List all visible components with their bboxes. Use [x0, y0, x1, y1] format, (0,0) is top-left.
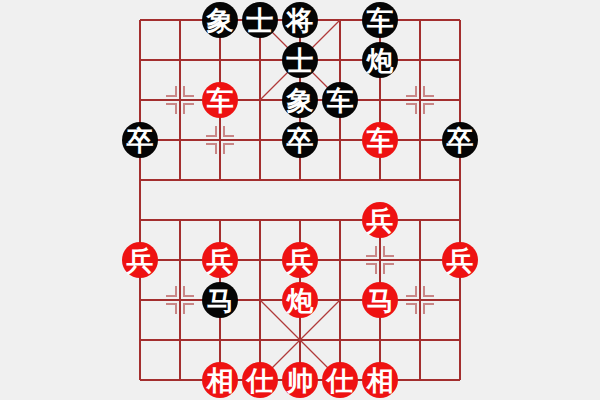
point-2-2[interactable]: 车 — [200, 80, 240, 120]
piece-black-soldier[interactable]: 卒 — [442, 122, 478, 158]
point-0-8[interactable] — [120, 320, 160, 360]
piece-black-elephant[interactable]: 象 — [282, 82, 318, 118]
piece-red-advisor[interactable]: 仕 — [322, 362, 358, 398]
point-3-2[interactable] — [240, 80, 280, 120]
piece-black-advisor[interactable]: 士 — [282, 42, 318, 78]
point-6-7[interactable]: 马 — [360, 280, 400, 320]
point-5-8[interactable] — [320, 320, 360, 360]
point-0-0[interactable] — [120, 0, 160, 40]
point-8-5[interactable] — [440, 200, 480, 240]
point-5-1[interactable] — [320, 40, 360, 80]
point-8-9[interactable] — [440, 360, 480, 400]
point-5-5[interactable] — [320, 200, 360, 240]
point-8-3[interactable]: 卒 — [440, 120, 480, 160]
point-0-3[interactable]: 卒 — [120, 120, 160, 160]
piece-red-elephant[interactable]: 相 — [362, 362, 398, 398]
piece-red-horse[interactable]: 马 — [362, 282, 398, 318]
point-6-3[interactable]: 车 — [360, 120, 400, 160]
point-6-9[interactable]: 相 — [360, 360, 400, 400]
point-4-8[interactable] — [280, 320, 320, 360]
point-1-4[interactable] — [160, 160, 200, 200]
point-1-7[interactable] — [160, 280, 200, 320]
point-5-9[interactable]: 仕 — [320, 360, 360, 400]
piece-black-advisor[interactable]: 士 — [242, 2, 278, 38]
point-4-9[interactable]: 帅 — [280, 360, 320, 400]
point-7-8[interactable] — [400, 320, 440, 360]
point-3-1[interactable] — [240, 40, 280, 80]
piece-red-soldier[interactable]: 兵 — [202, 242, 238, 278]
piece-red-soldier[interactable]: 兵 — [122, 242, 158, 278]
piece-red-advisor[interactable]: 仕 — [242, 362, 278, 398]
point-7-3[interactable] — [400, 120, 440, 160]
point-7-9[interactable] — [400, 360, 440, 400]
point-6-2[interactable] — [360, 80, 400, 120]
piece-red-general[interactable]: 帅 — [282, 362, 318, 398]
xiangqi-screenshot: 象士将车士炮车象车卒卒车卒兵兵兵兵兵马炮马相仕帅仕相 — [0, 0, 600, 400]
piece-black-chariot[interactable]: 车 — [362, 2, 398, 38]
point-5-2[interactable]: 车 — [320, 80, 360, 120]
point-5-3[interactable] — [320, 120, 360, 160]
piece-red-chariot[interactable]: 车 — [202, 82, 238, 118]
point-1-6[interactable] — [160, 240, 200, 280]
point-2-8[interactable] — [200, 320, 240, 360]
piece-black-general[interactable]: 将 — [282, 2, 318, 38]
point-6-0[interactable]: 车 — [360, 0, 400, 40]
point-3-7[interactable] — [240, 280, 280, 320]
point-8-7[interactable] — [440, 280, 480, 320]
piece-black-horse[interactable]: 马 — [202, 282, 238, 318]
point-5-4[interactable] — [320, 160, 360, 200]
point-4-5[interactable] — [280, 200, 320, 240]
point-2-7[interactable]: 马 — [200, 280, 240, 320]
point-8-6[interactable]: 兵 — [440, 240, 480, 280]
point-4-7[interactable]: 炮 — [280, 280, 320, 320]
point-0-9[interactable] — [120, 360, 160, 400]
point-0-4[interactable] — [120, 160, 160, 200]
point-6-1[interactable]: 炮 — [360, 40, 400, 80]
point-3-0[interactable]: 士 — [240, 0, 280, 40]
point-6-6[interactable] — [360, 240, 400, 280]
piece-black-elephant[interactable]: 象 — [202, 2, 238, 38]
point-8-4[interactable] — [440, 160, 480, 200]
piece-black-soldier[interactable]: 卒 — [122, 122, 158, 158]
point-3-9[interactable]: 仕 — [240, 360, 280, 400]
point-7-1[interactable] — [400, 40, 440, 80]
point-2-9[interactable]: 相 — [200, 360, 240, 400]
point-3-5[interactable] — [240, 200, 280, 240]
point-0-7[interactable] — [120, 280, 160, 320]
point-4-2[interactable]: 象 — [280, 80, 320, 120]
point-2-1[interactable] — [200, 40, 240, 80]
piece-black-chariot[interactable]: 车 — [322, 82, 358, 118]
point-7-2[interactable] — [400, 80, 440, 120]
piece-red-soldier[interactable]: 兵 — [282, 242, 318, 278]
point-2-0[interactable]: 象 — [200, 0, 240, 40]
point-4-4[interactable] — [280, 160, 320, 200]
point-5-0[interactable] — [320, 0, 360, 40]
xiangqi-board: 象士将车士炮车象车卒卒车卒兵兵兵兵兵马炮马相仕帅仕相 — [120, 0, 480, 400]
point-6-4[interactable] — [360, 160, 400, 200]
point-1-0[interactable] — [160, 0, 200, 40]
point-5-7[interactable] — [320, 280, 360, 320]
point-4-3[interactable]: 卒 — [280, 120, 320, 160]
point-6-8[interactable] — [360, 320, 400, 360]
point-1-1[interactable] — [160, 40, 200, 80]
point-4-6[interactable]: 兵 — [280, 240, 320, 280]
point-7-5[interactable] — [400, 200, 440, 240]
piece-red-chariot[interactable]: 车 — [362, 122, 398, 158]
point-7-4[interactable] — [400, 160, 440, 200]
point-1-3[interactable] — [160, 120, 200, 160]
piece-black-soldier[interactable]: 卒 — [282, 122, 318, 158]
point-4-1[interactable]: 士 — [280, 40, 320, 80]
piece-black-cannon[interactable]: 炮 — [362, 42, 398, 78]
point-0-6[interactable]: 兵 — [120, 240, 160, 280]
point-7-0[interactable] — [400, 0, 440, 40]
point-1-5[interactable] — [160, 200, 200, 240]
piece-red-cannon[interactable]: 炮 — [282, 282, 318, 318]
point-0-5[interactable] — [120, 200, 160, 240]
point-1-9[interactable] — [160, 360, 200, 400]
point-8-0[interactable] — [440, 0, 480, 40]
point-3-4[interactable] — [240, 160, 280, 200]
point-0-1[interactable] — [120, 40, 160, 80]
point-8-8[interactable] — [440, 320, 480, 360]
point-2-4[interactable] — [200, 160, 240, 200]
point-6-5[interactable]: 兵 — [360, 200, 400, 240]
point-3-8[interactable] — [240, 320, 280, 360]
point-7-6[interactable] — [400, 240, 440, 280]
point-3-3[interactable] — [240, 120, 280, 160]
point-4-0[interactable]: 将 — [280, 0, 320, 40]
point-2-3[interactable] — [200, 120, 240, 160]
point-7-7[interactable] — [400, 280, 440, 320]
point-3-6[interactable] — [240, 240, 280, 280]
point-2-5[interactable] — [200, 200, 240, 240]
piece-red-elephant[interactable]: 相 — [202, 362, 238, 398]
piece-red-soldier[interactable]: 兵 — [442, 242, 478, 278]
point-8-1[interactable] — [440, 40, 480, 80]
point-1-2[interactable] — [160, 80, 200, 120]
piece-red-soldier[interactable]: 兵 — [362, 202, 398, 238]
point-1-8[interactable] — [160, 320, 200, 360]
point-5-6[interactable] — [320, 240, 360, 280]
point-8-2[interactable] — [440, 80, 480, 120]
point-2-6[interactable]: 兵 — [200, 240, 240, 280]
point-0-2[interactable] — [120, 80, 160, 120]
